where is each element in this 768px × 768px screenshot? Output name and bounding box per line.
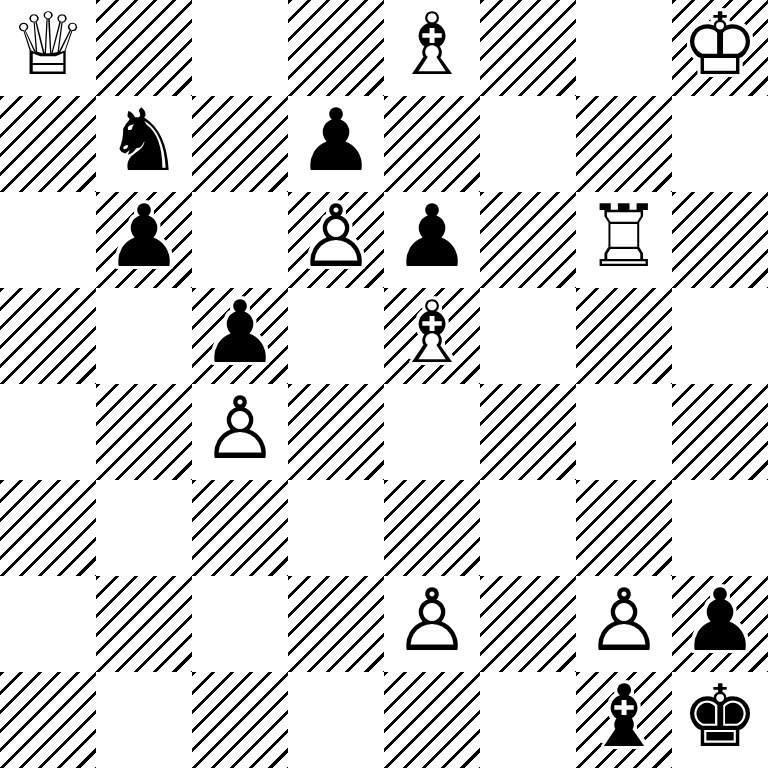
square-g5[interactable] xyxy=(576,288,672,384)
square-e5[interactable]: ♝♗ xyxy=(384,288,480,384)
square-h1[interactable]: ♚♚ xyxy=(672,672,768,768)
black-pawn-c5: ♟♟ xyxy=(192,288,288,384)
black-knight-icon: ♞ xyxy=(96,92,192,188)
square-f5[interactable] xyxy=(480,288,576,384)
square-c4[interactable]: ♟♙ xyxy=(192,384,288,480)
square-h3[interactable] xyxy=(672,480,768,576)
square-b1[interactable] xyxy=(96,672,192,768)
square-d7[interactable]: ♟♟ xyxy=(288,96,384,192)
square-b3[interactable] xyxy=(96,480,192,576)
black-pawn-icon: ♟ xyxy=(192,284,288,380)
square-b5[interactable] xyxy=(96,288,192,384)
square-f3[interactable] xyxy=(480,480,576,576)
square-g3[interactable] xyxy=(576,480,672,576)
black-pawn-b6: ♟♟ xyxy=(96,192,192,288)
square-a1[interactable] xyxy=(0,672,96,768)
black-king-h1: ♚♚ xyxy=(672,672,768,768)
square-c7[interactable] xyxy=(192,96,288,192)
black-bishop-icon: ♝ xyxy=(576,668,672,764)
square-d4[interactable] xyxy=(288,384,384,480)
black-pawn-e6: ♟♟ xyxy=(384,192,480,288)
square-a6[interactable] xyxy=(0,192,96,288)
square-a2[interactable] xyxy=(0,576,96,672)
square-b8[interactable] xyxy=(96,0,192,96)
black-pawn-icon: ♟ xyxy=(384,188,480,284)
chess-board: ♛♕♝♗♚♔♞♞♟♟♟♟♟♙♟♟♜♖♟♟♝♗♟♙♟♙♟♙♟♟♝♝♚♚ xyxy=(0,0,768,768)
square-c8[interactable] xyxy=(192,0,288,96)
square-g4[interactable] xyxy=(576,384,672,480)
white-bishop-e8: ♝♗ xyxy=(384,0,480,96)
white-pawn-g2: ♟♙ xyxy=(576,576,672,672)
white-bishop-icon: ♗ xyxy=(384,284,480,380)
square-h2[interactable]: ♟♟ xyxy=(672,576,768,672)
square-c6[interactable] xyxy=(192,192,288,288)
white-pawn-icon: ♙ xyxy=(192,380,288,476)
square-h5[interactable] xyxy=(672,288,768,384)
black-pawn-h2: ♟♟ xyxy=(672,576,768,672)
white-rook-g6: ♜♖ xyxy=(576,192,672,288)
square-f2[interactable] xyxy=(480,576,576,672)
square-d3[interactable] xyxy=(288,480,384,576)
square-f6[interactable] xyxy=(480,192,576,288)
white-pawn-d6: ♟♙ xyxy=(288,192,384,288)
square-b6[interactable]: ♟♟ xyxy=(96,192,192,288)
square-a8[interactable]: ♛♕ xyxy=(0,0,96,96)
square-d2[interactable] xyxy=(288,576,384,672)
white-queen-icon: ♕ xyxy=(0,0,96,92)
square-a5[interactable] xyxy=(0,288,96,384)
square-b7[interactable]: ♞♞ xyxy=(96,96,192,192)
black-knight-b7: ♞♞ xyxy=(96,96,192,192)
square-a4[interactable] xyxy=(0,384,96,480)
square-e2[interactable]: ♟♙ xyxy=(384,576,480,672)
white-pawn-icon: ♙ xyxy=(576,572,672,668)
white-queen-a8: ♛♕ xyxy=(0,0,96,96)
square-c2[interactable] xyxy=(192,576,288,672)
square-g2[interactable]: ♟♙ xyxy=(576,576,672,672)
black-bishop-g1: ♝♝ xyxy=(576,672,672,768)
square-b4[interactable] xyxy=(96,384,192,480)
white-pawn-icon: ♙ xyxy=(384,572,480,668)
square-b2[interactable] xyxy=(96,576,192,672)
black-pawn-icon: ♟ xyxy=(288,92,384,188)
square-g7[interactable] xyxy=(576,96,672,192)
white-king-icon: ♔ xyxy=(672,0,768,92)
white-pawn-icon: ♙ xyxy=(288,188,384,284)
square-e7[interactable] xyxy=(384,96,480,192)
white-king-h8: ♚♔ xyxy=(672,0,768,96)
square-e1[interactable] xyxy=(384,672,480,768)
square-f1[interactable] xyxy=(480,672,576,768)
white-bishop-icon: ♗ xyxy=(384,0,480,92)
black-pawn-icon: ♟ xyxy=(672,572,768,668)
black-pawn-d7: ♟♟ xyxy=(288,96,384,192)
square-e6[interactable]: ♟♟ xyxy=(384,192,480,288)
white-pawn-e2: ♟♙ xyxy=(384,576,480,672)
square-e8[interactable]: ♝♗ xyxy=(384,0,480,96)
square-a7[interactable] xyxy=(0,96,96,192)
white-bishop-e5: ♝♗ xyxy=(384,288,480,384)
square-f7[interactable] xyxy=(480,96,576,192)
square-g8[interactable] xyxy=(576,0,672,96)
square-e3[interactable] xyxy=(384,480,480,576)
square-d5[interactable] xyxy=(288,288,384,384)
white-rook-icon: ♖ xyxy=(576,188,672,284)
square-c1[interactable] xyxy=(192,672,288,768)
square-h8[interactable]: ♚♔ xyxy=(672,0,768,96)
square-f8[interactable] xyxy=(480,0,576,96)
square-c5[interactable]: ♟♟ xyxy=(192,288,288,384)
square-g6[interactable]: ♜♖ xyxy=(576,192,672,288)
square-d6[interactable]: ♟♙ xyxy=(288,192,384,288)
square-h6[interactable] xyxy=(672,192,768,288)
square-e4[interactable] xyxy=(384,384,480,480)
square-a3[interactable] xyxy=(0,480,96,576)
square-f4[interactable] xyxy=(480,384,576,480)
square-c3[interactable] xyxy=(192,480,288,576)
white-pawn-c4: ♟♙ xyxy=(192,384,288,480)
square-d8[interactable] xyxy=(288,0,384,96)
square-d1[interactable] xyxy=(288,672,384,768)
black-pawn-icon: ♟ xyxy=(96,188,192,284)
square-h7[interactable] xyxy=(672,96,768,192)
square-h4[interactable] xyxy=(672,384,768,480)
square-g1[interactable]: ♝♝ xyxy=(576,672,672,768)
black-king-icon: ♚ xyxy=(672,668,768,764)
